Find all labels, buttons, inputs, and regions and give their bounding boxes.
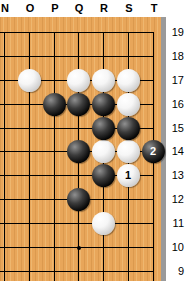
grid-vline-P (54, 32, 55, 281)
col-label-Q: Q (75, 1, 84, 16)
row-label-11: 11 (166, 216, 184, 230)
stone-black-R13 (92, 164, 115, 187)
row-label-15: 15 (166, 121, 184, 135)
stone-black-Q14 (67, 140, 90, 163)
col-label-R: R (100, 1, 108, 16)
col-label-T: T (151, 1, 158, 16)
row-label-14: 14 (166, 144, 184, 158)
stone-black-R16 (92, 93, 115, 116)
row-label-18: 18 (166, 49, 184, 63)
row-label-10: 10 (166, 240, 184, 254)
row-label-13: 13 (166, 168, 184, 182)
stone-black-Q12 (67, 188, 90, 211)
grid-vline-N (4, 32, 5, 281)
star-point-Q10 (77, 246, 81, 250)
col-label-S: S (125, 1, 132, 16)
stone-black-S15 (117, 117, 140, 140)
stone-white-S16 (117, 93, 140, 116)
stone-black-Q16 (67, 93, 90, 116)
row-label-19: 19 (166, 25, 184, 39)
stone-white-Q17 (67, 69, 90, 92)
stone-black-R15 (92, 117, 115, 140)
col-label-P: P (51, 1, 58, 16)
stone-white-R11 (92, 212, 115, 235)
grid-hline-11 (0, 223, 154, 224)
grid-hline-19 (0, 32, 154, 33)
stone-white-S13-move-1: 1 (117, 164, 140, 187)
stone-black-P16 (43, 93, 66, 116)
stone-black-T14-move-2: 2 (142, 140, 165, 163)
stone-white-S17 (117, 69, 140, 92)
col-label-N: N (1, 1, 9, 16)
row-label-9: 9 (166, 264, 184, 278)
go-diagram: 12 NOPQRST191817161514131211109 (0, 0, 188, 281)
stone-white-R14 (92, 140, 115, 163)
stone-white-S14 (117, 140, 140, 163)
grid-hline-9 (0, 271, 154, 272)
row-label-12: 12 (166, 192, 184, 206)
stone-white-O17 (18, 69, 41, 92)
col-label-O: O (26, 1, 35, 16)
stone-white-R17 (92, 69, 115, 92)
grid-hline-18 (0, 56, 154, 57)
row-label-17: 17 (166, 73, 184, 87)
row-label-16: 16 (166, 97, 184, 111)
go-board: 12 (0, 17, 161, 281)
